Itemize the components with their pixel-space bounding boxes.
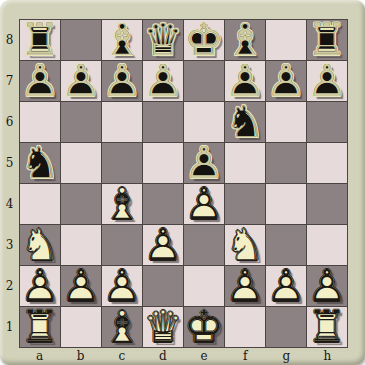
- square-a6[interactable]: [20, 102, 60, 142]
- square-h7[interactable]: ♟♙: [307, 61, 347, 101]
- square-g7[interactable]: ♟♙: [266, 61, 306, 101]
- square-b6[interactable]: [61, 102, 101, 142]
- knight-outline-icon: ♘: [225, 225, 265, 265]
- piece-white-queen[interactable]: ♛♕: [143, 307, 183, 347]
- piece-black-bishop[interactable]: ♝♗: [225, 20, 265, 60]
- file-label: c: [101, 347, 142, 365]
- square-f5[interactable]: [225, 143, 265, 183]
- square-a7[interactable]: ♟♙: [20, 61, 60, 101]
- white-bishop-icon: ♝: [102, 307, 142, 347]
- piece-white-pawn[interactable]: ♟♙: [61, 266, 101, 306]
- square-g5[interactable]: [266, 143, 306, 183]
- white-pawn-icon: ♟: [61, 266, 101, 306]
- king-outline-icon: ♔: [184, 20, 224, 60]
- rook-outline-icon: ♖: [307, 20, 347, 60]
- square-e2[interactable]: [184, 266, 224, 306]
- black-pawn-icon: ♟: [143, 61, 183, 101]
- queen-outline-icon: ♕: [143, 20, 183, 60]
- square-e4[interactable]: ♟♙: [184, 184, 224, 224]
- knight-outline-icon: ♘: [20, 143, 60, 183]
- pawn-outline-icon: ♙: [266, 61, 306, 101]
- square-f3[interactable]: ♞♘: [225, 225, 265, 265]
- black-pawn-icon: ♟: [184, 143, 224, 183]
- square-e1[interactable]: ♚♔: [184, 307, 224, 347]
- pawn-outline-icon: ♙: [225, 61, 265, 101]
- piece-white-pawn[interactable]: ♟♙: [266, 266, 306, 306]
- piece-white-pawn[interactable]: ♟♙: [225, 266, 265, 306]
- piece-black-pawn[interactable]: ♟♙: [225, 61, 265, 101]
- black-bishop-icon: ♝: [102, 20, 142, 60]
- piece-black-knight[interactable]: ♞♘: [20, 143, 60, 183]
- black-knight-icon: ♞: [225, 102, 265, 142]
- rank-label: 3: [0, 225, 19, 266]
- piece-white-king[interactable]: ♚♔: [184, 307, 224, 347]
- piece-white-knight[interactable]: ♞♘: [20, 225, 60, 265]
- square-g4[interactable]: [266, 184, 306, 224]
- pawn-outline-icon: ♙: [61, 266, 101, 306]
- square-d2[interactable]: [143, 266, 183, 306]
- piece-white-knight[interactable]: ♞♘: [225, 225, 265, 265]
- white-pawn-icon: ♟: [266, 266, 306, 306]
- square-e8[interactable]: ♚♔: [184, 20, 224, 60]
- rank-label: 7: [0, 60, 19, 101]
- pawn-outline-icon: ♙: [184, 184, 224, 224]
- rank-label: 2: [0, 266, 19, 307]
- square-c6[interactable]: [102, 102, 142, 142]
- square-e5[interactable]: ♟♙: [184, 143, 224, 183]
- square-c4[interactable]: ♝♗: [102, 184, 142, 224]
- square-c3[interactable]: [102, 225, 142, 265]
- square-c5[interactable]: [102, 143, 142, 183]
- square-f7[interactable]: ♟♙: [225, 61, 265, 101]
- piece-white-rook[interactable]: ♜♖: [307, 307, 347, 347]
- pawn-outline-icon: ♙: [225, 266, 265, 306]
- square-c1[interactable]: ♝♗: [102, 307, 142, 347]
- white-pawn-icon: ♟: [307, 266, 347, 306]
- white-pawn-icon: ♟: [184, 184, 224, 224]
- bishop-outline-icon: ♗: [102, 20, 142, 60]
- piece-black-knight[interactable]: ♞♘: [225, 102, 265, 142]
- square-b7[interactable]: ♟♙: [61, 61, 101, 101]
- black-pawn-icon: ♟: [102, 61, 142, 101]
- white-bishop-icon: ♝: [102, 184, 142, 224]
- square-h2[interactable]: ♟♙: [307, 266, 347, 306]
- rook-outline-icon: ♖: [20, 307, 60, 347]
- square-d6[interactable]: [143, 102, 183, 142]
- square-f4[interactable]: [225, 184, 265, 224]
- piece-black-pawn[interactable]: ♟♙: [102, 61, 142, 101]
- piece-black-pawn[interactable]: ♟♙: [307, 61, 347, 101]
- square-b4[interactable]: [61, 184, 101, 224]
- pawn-outline-icon: ♙: [61, 61, 101, 101]
- square-h1[interactable]: ♜♖: [307, 307, 347, 347]
- white-pawn-icon: ♟: [20, 266, 60, 306]
- square-a8[interactable]: ♜♖: [20, 20, 60, 60]
- piece-black-pawn[interactable]: ♟♙: [61, 61, 101, 101]
- rook-outline-icon: ♖: [20, 20, 60, 60]
- square-d3[interactable]: ♟♙: [143, 225, 183, 265]
- square-a3[interactable]: ♞♘: [20, 225, 60, 265]
- square-b1[interactable]: [61, 307, 101, 347]
- white-pawn-icon: ♟: [143, 225, 183, 265]
- square-h5[interactable]: [307, 143, 347, 183]
- file-labels: abcdefgh: [19, 347, 348, 365]
- square-d8[interactable]: ♛♕: [143, 20, 183, 60]
- file-label: a: [19, 347, 60, 365]
- king-outline-icon: ♔: [184, 307, 224, 347]
- square-d4[interactable]: [143, 184, 183, 224]
- square-h4[interactable]: [307, 184, 347, 224]
- pawn-outline-icon: ♙: [102, 266, 142, 306]
- piece-black-bishop[interactable]: ♝♗: [102, 20, 142, 60]
- square-f2[interactable]: ♟♙: [225, 266, 265, 306]
- black-pawn-icon: ♟: [266, 61, 306, 101]
- square-e6[interactable]: [184, 102, 224, 142]
- square-g2[interactable]: ♟♙: [266, 266, 306, 306]
- square-g6[interactable]: [266, 102, 306, 142]
- board-frame: 87654321 ♜♖♝♗♛♕♚♔♝♗♜♖♟♙♟♙♟♙♟♙♟♙♟♙♟♙♞♘♞♘♟…: [0, 0, 365, 365]
- black-pawn-icon: ♟: [61, 61, 101, 101]
- white-king-icon: ♚: [184, 307, 224, 347]
- square-b5[interactable]: [61, 143, 101, 183]
- rank-label: 6: [0, 101, 19, 142]
- square-b2[interactable]: ♟♙: [61, 266, 101, 306]
- white-queen-icon: ♛: [143, 307, 183, 347]
- square-a4[interactable]: [20, 184, 60, 224]
- piece-white-pawn[interactable]: ♟♙: [20, 266, 60, 306]
- square-g3[interactable]: [266, 225, 306, 265]
- piece-white-rook[interactable]: ♜♖: [20, 307, 60, 347]
- pawn-outline-icon: ♙: [307, 61, 347, 101]
- square-d5[interactable]: [143, 143, 183, 183]
- bishop-outline-icon: ♗: [102, 184, 142, 224]
- pawn-outline-icon: ♙: [143, 61, 183, 101]
- square-d7[interactable]: ♟♙: [143, 61, 183, 101]
- black-rook-icon: ♜: [307, 20, 347, 60]
- square-h3[interactable]: [307, 225, 347, 265]
- square-a5[interactable]: ♞♘: [20, 143, 60, 183]
- black-knight-icon: ♞: [20, 143, 60, 183]
- square-a1[interactable]: ♜♖: [20, 307, 60, 347]
- square-g1[interactable]: [266, 307, 306, 347]
- pawn-outline-icon: ♙: [20, 266, 60, 306]
- square-c8[interactable]: ♝♗: [102, 20, 142, 60]
- piece-black-rook[interactable]: ♜♖: [20, 20, 60, 60]
- file-label: h: [307, 347, 348, 365]
- rank-label: 4: [0, 184, 19, 225]
- piece-black-rook[interactable]: ♜♖: [307, 20, 347, 60]
- black-king-icon: ♚: [184, 20, 224, 60]
- rook-outline-icon: ♖: [307, 307, 347, 347]
- piece-black-pawn[interactable]: ♟♙: [184, 143, 224, 183]
- file-label: e: [184, 347, 225, 365]
- file-label: d: [142, 347, 183, 365]
- pawn-outline-icon: ♙: [184, 143, 224, 183]
- white-knight-icon: ♞: [225, 225, 265, 265]
- square-f6[interactable]: ♞♘: [225, 102, 265, 142]
- square-b3[interactable]: [61, 225, 101, 265]
- black-pawn-icon: ♟: [20, 61, 60, 101]
- pawn-outline-icon: ♙: [307, 266, 347, 306]
- knight-outline-icon: ♘: [225, 102, 265, 142]
- piece-black-pawn[interactable]: ♟♙: [266, 61, 306, 101]
- knight-outline-icon: ♘: [20, 225, 60, 265]
- square-h6[interactable]: [307, 102, 347, 142]
- chess-board: ♜♖♝♗♛♕♚♔♝♗♜♖♟♙♟♙♟♙♟♙♟♙♟♙♟♙♞♘♞♘♟♙♝♗♟♙♞♘♟♙…: [19, 19, 348, 348]
- white-pawn-icon: ♟: [102, 266, 142, 306]
- rank-label: 1: [0, 307, 19, 348]
- piece-white-pawn[interactable]: ♟♙: [143, 225, 183, 265]
- piece-black-king[interactable]: ♚♔: [184, 20, 224, 60]
- square-e3[interactable]: [184, 225, 224, 265]
- file-label: f: [225, 347, 266, 365]
- pawn-outline-icon: ♙: [143, 225, 183, 265]
- square-f8[interactable]: ♝♗: [225, 20, 265, 60]
- black-rook-icon: ♜: [20, 20, 60, 60]
- square-a2[interactable]: ♟♙: [20, 266, 60, 306]
- square-d1[interactable]: ♛♕: [143, 307, 183, 347]
- square-f1[interactable]: [225, 307, 265, 347]
- black-queen-icon: ♛: [143, 20, 183, 60]
- white-pawn-icon: ♟: [225, 266, 265, 306]
- file-label: g: [266, 347, 307, 365]
- piece-white-pawn[interactable]: ♟♙: [102, 266, 142, 306]
- piece-white-bishop[interactable]: ♝♗: [102, 307, 142, 347]
- white-rook-icon: ♜: [20, 307, 60, 347]
- bishop-outline-icon: ♗: [225, 20, 265, 60]
- pawn-outline-icon: ♙: [266, 266, 306, 306]
- pawn-outline-icon: ♙: [20, 61, 60, 101]
- black-bishop-icon: ♝: [225, 20, 265, 60]
- file-label: b: [60, 347, 101, 365]
- square-h8[interactable]: ♜♖: [307, 20, 347, 60]
- square-g8[interactable]: [266, 20, 306, 60]
- black-pawn-icon: ♟: [307, 61, 347, 101]
- rank-labels: 87654321: [0, 19, 19, 348]
- queen-outline-icon: ♕: [143, 307, 183, 347]
- square-c2[interactable]: ♟♙: [102, 266, 142, 306]
- rank-label: 5: [0, 142, 19, 183]
- piece-white-pawn[interactable]: ♟♙: [184, 184, 224, 224]
- rank-label: 8: [0, 19, 19, 60]
- square-c7[interactable]: ♟♙: [102, 61, 142, 101]
- white-knight-icon: ♞: [20, 225, 60, 265]
- piece-white-bishop[interactable]: ♝♗: [102, 184, 142, 224]
- white-rook-icon: ♜: [307, 307, 347, 347]
- bishop-outline-icon: ♗: [102, 307, 142, 347]
- piece-black-pawn[interactable]: ♟♙: [20, 61, 60, 101]
- piece-black-pawn[interactable]: ♟♙: [143, 61, 183, 101]
- piece-white-pawn[interactable]: ♟♙: [307, 266, 347, 306]
- black-pawn-icon: ♟: [225, 61, 265, 101]
- square-e7[interactable]: [184, 61, 224, 101]
- pawn-outline-icon: ♙: [102, 61, 142, 101]
- piece-black-queen[interactable]: ♛♕: [143, 20, 183, 60]
- square-b8[interactable]: [61, 20, 101, 60]
